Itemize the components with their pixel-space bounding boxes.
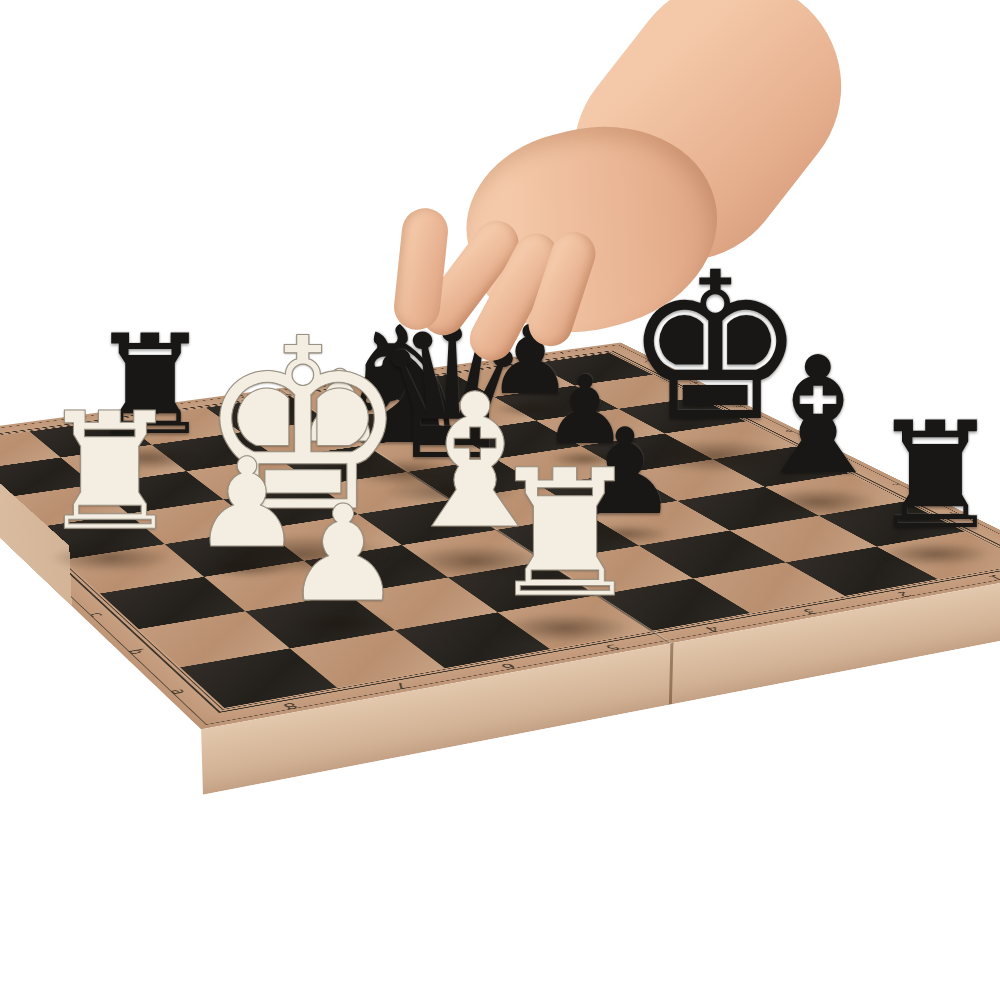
square-a3 (692, 562, 845, 613)
square-a7 (289, 630, 445, 688)
square-b2 (730, 516, 876, 562)
piece-white-pawn-a2: ♟ (273, 488, 413, 621)
piece-white-rook-d1: ♜ (473, 447, 658, 623)
piece-black-rook-h3: ♜ (858, 403, 1000, 550)
piece-white-rook-a6: ♜ (25, 392, 195, 554)
square-a8 (180, 648, 336, 708)
box-fold-seam (669, 643, 674, 705)
photo-stage: 87654321 87654321 hgfedcba hgfedcba ♚♜♜♝… (0, 0, 1000, 1000)
